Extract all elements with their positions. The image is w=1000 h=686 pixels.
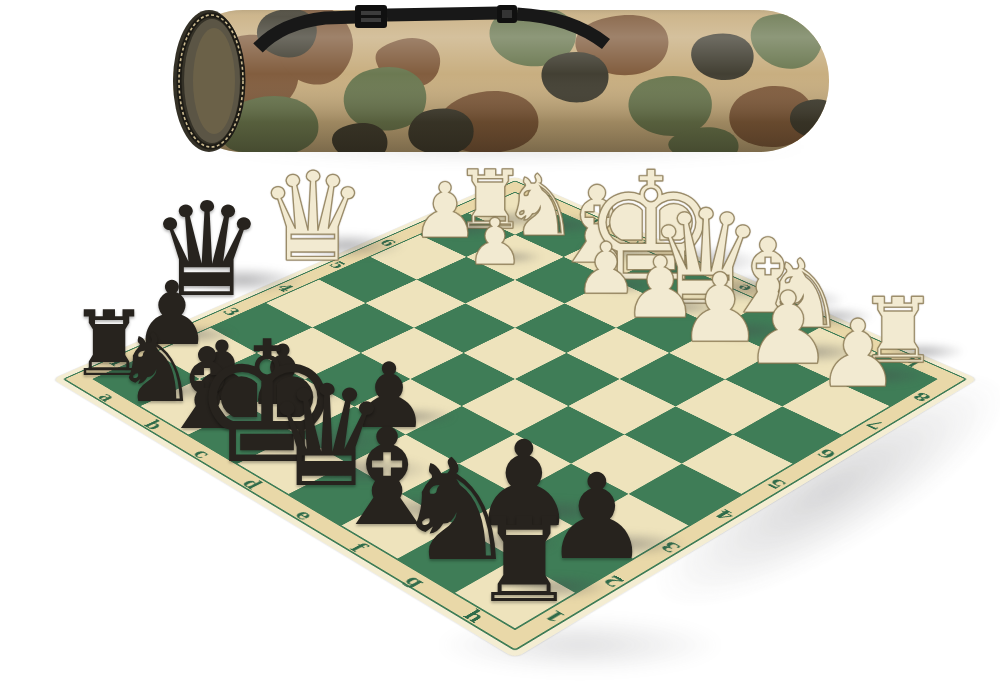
camo-pattern — [163, 2, 843, 162]
strap-buckle — [355, 5, 387, 28]
camo-tube-graphic — [163, 2, 843, 162]
piece-white-pawn-h7[interactable]: ♟ — [812, 308, 905, 401]
product-photo-scene: 1122334455667788aabbccddeeffgghh ♜♞♟♛♝♟♚… — [0, 0, 1000, 686]
camo-storage-tube — [163, 2, 843, 162]
piece-white-pawn-b7[interactable]: ♟ — [463, 210, 527, 274]
piece-black-rook-h1[interactable]: ♜ — [466, 502, 583, 619]
tube-zipper-end-cap — [173, 10, 245, 152]
